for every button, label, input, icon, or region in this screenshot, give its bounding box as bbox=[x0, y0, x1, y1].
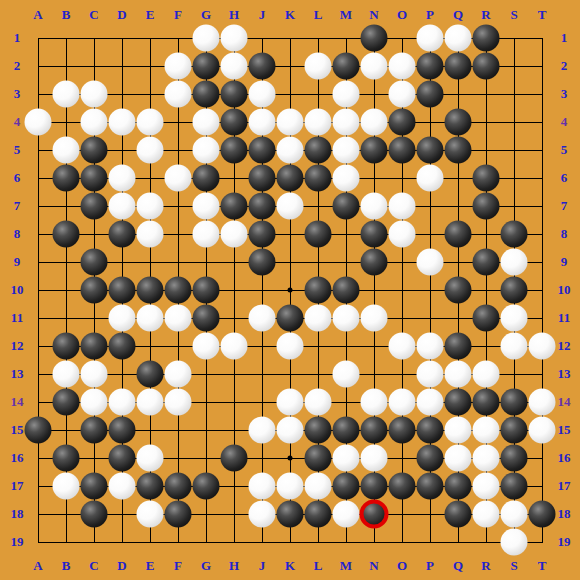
stone-R16[interactable] bbox=[473, 445, 500, 472]
stone-L14[interactable] bbox=[305, 389, 332, 416]
col-label-top-S: S bbox=[510, 7, 517, 23]
row-label-right-3: 3 bbox=[561, 86, 568, 102]
stone-Q18[interactable] bbox=[445, 501, 472, 528]
stone-M16[interactable] bbox=[333, 445, 360, 472]
stone-F10[interactable] bbox=[165, 277, 192, 304]
stone-P17[interactable] bbox=[417, 473, 444, 500]
stone-R11[interactable] bbox=[473, 305, 500, 332]
stone-K7[interactable] bbox=[277, 193, 304, 220]
stone-J8[interactable] bbox=[249, 221, 276, 248]
row-label-left-12: 12 bbox=[11, 338, 24, 354]
stone-J15[interactable] bbox=[249, 417, 276, 444]
stone-Q12[interactable] bbox=[445, 333, 472, 360]
col-label-top-G: G bbox=[201, 7, 211, 23]
stone-D11[interactable] bbox=[109, 305, 136, 332]
row-label-left-15: 15 bbox=[11, 422, 24, 438]
stone-E4[interactable] bbox=[137, 109, 164, 136]
stone-H5[interactable] bbox=[221, 137, 248, 164]
stone-P5[interactable] bbox=[417, 137, 444, 164]
col-label-top-J: J bbox=[259, 7, 266, 23]
col-label-top-P: P bbox=[426, 7, 434, 23]
col-label-top-R: R bbox=[481, 7, 490, 23]
stone-P13[interactable] bbox=[417, 361, 444, 388]
row-label-left-7: 7 bbox=[14, 198, 21, 214]
grid-line-vertical bbox=[542, 38, 543, 543]
stone-D4[interactable] bbox=[109, 109, 136, 136]
col-label-bottom-D: D bbox=[117, 558, 126, 574]
stone-L17[interactable] bbox=[305, 473, 332, 500]
stone-S17[interactable] bbox=[501, 473, 528, 500]
stone-H1[interactable] bbox=[221, 25, 248, 52]
stone-M4[interactable] bbox=[333, 109, 360, 136]
stone-R1[interactable] bbox=[473, 25, 500, 52]
stone-O4[interactable] bbox=[389, 109, 416, 136]
stone-P2[interactable] bbox=[417, 53, 444, 80]
stone-S15[interactable] bbox=[501, 417, 528, 444]
stone-D10[interactable] bbox=[109, 277, 136, 304]
stone-P1[interactable] bbox=[417, 25, 444, 52]
stone-D16[interactable] bbox=[109, 445, 136, 472]
stone-E18[interactable] bbox=[137, 501, 164, 528]
row-label-right-7: 7 bbox=[561, 198, 568, 214]
stone-R15[interactable] bbox=[473, 417, 500, 444]
stone-H7[interactable] bbox=[221, 193, 248, 220]
stone-S14[interactable] bbox=[501, 389, 528, 416]
stone-L11[interactable] bbox=[305, 305, 332, 332]
stone-F6[interactable] bbox=[165, 165, 192, 192]
row-label-left-19: 19 bbox=[11, 534, 24, 550]
stone-O8[interactable] bbox=[389, 221, 416, 248]
stone-M5[interactable] bbox=[333, 137, 360, 164]
stone-S9[interactable] bbox=[501, 249, 528, 276]
stone-J9[interactable] bbox=[249, 249, 276, 276]
go-board[interactable]: AABBCCDDEEFFGGHHJJKKLLMMNNOOPPQQRRSSTT11… bbox=[0, 0, 580, 580]
col-label-top-O: O bbox=[397, 7, 407, 23]
stone-B3[interactable] bbox=[53, 81, 80, 108]
row-label-left-14: 14 bbox=[11, 394, 24, 410]
row-label-right-6: 6 bbox=[561, 170, 568, 186]
stone-O2[interactable] bbox=[389, 53, 416, 80]
stone-B14[interactable] bbox=[53, 389, 80, 416]
stone-N8[interactable] bbox=[361, 221, 388, 248]
stone-R14[interactable] bbox=[473, 389, 500, 416]
stone-N1[interactable] bbox=[361, 25, 388, 52]
row-label-left-3: 3 bbox=[14, 86, 21, 102]
stone-J17[interactable] bbox=[249, 473, 276, 500]
stone-H4[interactable] bbox=[221, 109, 248, 136]
stone-N14[interactable] bbox=[361, 389, 388, 416]
stone-Q2[interactable] bbox=[445, 53, 472, 80]
star-point-K16 bbox=[288, 456, 293, 461]
stone-E11[interactable] bbox=[137, 305, 164, 332]
row-label-left-6: 6 bbox=[14, 170, 21, 186]
grid-line-horizontal bbox=[38, 542, 543, 543]
col-label-bottom-L: L bbox=[314, 558, 323, 574]
row-label-right-19: 19 bbox=[558, 534, 571, 550]
stone-N16[interactable] bbox=[361, 445, 388, 472]
stone-K17[interactable] bbox=[277, 473, 304, 500]
stone-P3[interactable] bbox=[417, 81, 444, 108]
stone-F14[interactable] bbox=[165, 389, 192, 416]
stone-E8[interactable] bbox=[137, 221, 164, 248]
col-label-top-E: E bbox=[146, 7, 155, 23]
stone-O17[interactable] bbox=[389, 473, 416, 500]
stone-M17[interactable] bbox=[333, 473, 360, 500]
col-label-bottom-S: S bbox=[510, 558, 517, 574]
stone-J18[interactable] bbox=[249, 501, 276, 528]
row-label-right-18: 18 bbox=[558, 506, 571, 522]
stone-M11[interactable] bbox=[333, 305, 360, 332]
stone-M7[interactable] bbox=[333, 193, 360, 220]
stone-L4[interactable] bbox=[305, 109, 332, 136]
stone-E5[interactable] bbox=[137, 137, 164, 164]
stone-O15[interactable] bbox=[389, 417, 416, 444]
stone-C4[interactable] bbox=[81, 109, 108, 136]
col-label-bottom-K: K bbox=[285, 558, 295, 574]
stone-O5[interactable] bbox=[389, 137, 416, 164]
row-label-right-9: 9 bbox=[561, 254, 568, 270]
stone-T12[interactable] bbox=[529, 333, 556, 360]
stone-B8[interactable] bbox=[53, 221, 80, 248]
stone-M10[interactable] bbox=[333, 277, 360, 304]
row-label-left-13: 13 bbox=[11, 366, 24, 382]
stone-N4[interactable] bbox=[361, 109, 388, 136]
stone-C15[interactable] bbox=[81, 417, 108, 444]
stone-G17[interactable] bbox=[193, 473, 220, 500]
stone-L6[interactable] bbox=[305, 165, 332, 192]
stone-J7[interactable] bbox=[249, 193, 276, 220]
stone-Q5[interactable] bbox=[445, 137, 472, 164]
stone-K6[interactable] bbox=[277, 165, 304, 192]
row-label-left-2: 2 bbox=[14, 58, 21, 74]
row-label-left-17: 17 bbox=[11, 478, 24, 494]
stone-J6[interactable] bbox=[249, 165, 276, 192]
stone-S19[interactable] bbox=[501, 529, 528, 556]
stone-S18[interactable] bbox=[501, 501, 528, 528]
stone-E7[interactable] bbox=[137, 193, 164, 220]
stone-G2[interactable] bbox=[193, 53, 220, 80]
col-label-top-C: C bbox=[89, 7, 98, 23]
stone-T18[interactable] bbox=[529, 501, 556, 528]
stone-H3[interactable] bbox=[221, 81, 248, 108]
col-label-top-M: M bbox=[340, 7, 352, 23]
stone-D17[interactable] bbox=[109, 473, 136, 500]
stone-C18[interactable] bbox=[81, 501, 108, 528]
stone-R2[interactable] bbox=[473, 53, 500, 80]
stone-F13[interactable] bbox=[165, 361, 192, 388]
row-label-right-13: 13 bbox=[558, 366, 571, 382]
row-label-left-10: 10 bbox=[11, 282, 24, 298]
row-label-right-12: 12 bbox=[558, 338, 571, 354]
stone-G6[interactable] bbox=[193, 165, 220, 192]
stone-S12[interactable] bbox=[501, 333, 528, 360]
stone-C17[interactable] bbox=[81, 473, 108, 500]
col-label-bottom-R: R bbox=[481, 558, 490, 574]
stone-J11[interactable] bbox=[249, 305, 276, 332]
stone-M6[interactable] bbox=[333, 165, 360, 192]
stone-G12[interactable] bbox=[193, 333, 220, 360]
stone-L10[interactable] bbox=[305, 277, 332, 304]
stone-S8[interactable] bbox=[501, 221, 528, 248]
col-label-top-K: K bbox=[285, 7, 295, 23]
row-label-right-11: 11 bbox=[558, 310, 570, 326]
stone-Q15[interactable] bbox=[445, 417, 472, 444]
stone-Q8[interactable] bbox=[445, 221, 472, 248]
row-label-right-1: 1 bbox=[561, 30, 568, 46]
stone-K12[interactable] bbox=[277, 333, 304, 360]
stone-C9[interactable] bbox=[81, 249, 108, 276]
stone-G8[interactable] bbox=[193, 221, 220, 248]
stone-Q14[interactable] bbox=[445, 389, 472, 416]
row-label-right-5: 5 bbox=[561, 142, 568, 158]
row-label-left-16: 16 bbox=[11, 450, 24, 466]
stone-B12[interactable] bbox=[53, 333, 80, 360]
col-label-top-F: F bbox=[174, 7, 182, 23]
stone-C3[interactable] bbox=[81, 81, 108, 108]
stone-G7[interactable] bbox=[193, 193, 220, 220]
stone-K14[interactable] bbox=[277, 389, 304, 416]
stone-H12[interactable] bbox=[221, 333, 248, 360]
stone-Q16[interactable] bbox=[445, 445, 472, 472]
stone-D15[interactable] bbox=[109, 417, 136, 444]
col-label-top-A: A bbox=[33, 7, 42, 23]
row-label-left-1: 1 bbox=[14, 30, 21, 46]
stone-H8[interactable] bbox=[221, 221, 248, 248]
stone-C12[interactable] bbox=[81, 333, 108, 360]
stone-T14[interactable] bbox=[529, 389, 556, 416]
stone-K5[interactable] bbox=[277, 137, 304, 164]
col-label-bottom-F: F bbox=[174, 558, 182, 574]
stone-N11[interactable] bbox=[361, 305, 388, 332]
row-label-right-2: 2 bbox=[561, 58, 568, 74]
stone-H16[interactable] bbox=[221, 445, 248, 472]
stone-R17[interactable] bbox=[473, 473, 500, 500]
stone-D8[interactable] bbox=[109, 221, 136, 248]
stone-P15[interactable] bbox=[417, 417, 444, 444]
stone-D7[interactable] bbox=[109, 193, 136, 220]
stone-O3[interactable] bbox=[389, 81, 416, 108]
stone-J2[interactable] bbox=[249, 53, 276, 80]
stone-Q10[interactable] bbox=[445, 277, 472, 304]
stone-S11[interactable] bbox=[501, 305, 528, 332]
stone-P14[interactable] bbox=[417, 389, 444, 416]
stone-N5[interactable] bbox=[361, 137, 388, 164]
stone-K15[interactable] bbox=[277, 417, 304, 444]
row-label-left-18: 18 bbox=[11, 506, 24, 522]
stone-B17[interactable] bbox=[53, 473, 80, 500]
stone-M2[interactable] bbox=[333, 53, 360, 80]
stone-T15[interactable] bbox=[529, 417, 556, 444]
col-label-bottom-O: O bbox=[397, 558, 407, 574]
col-label-bottom-T: T bbox=[538, 558, 547, 574]
last-move-marker bbox=[360, 500, 389, 529]
col-label-bottom-B: B bbox=[62, 558, 71, 574]
col-label-bottom-Q: Q bbox=[453, 558, 463, 574]
col-label-bottom-M: M bbox=[340, 558, 352, 574]
stone-R9[interactable] bbox=[473, 249, 500, 276]
stone-B5[interactable] bbox=[53, 137, 80, 164]
stone-A4[interactable] bbox=[25, 109, 52, 136]
stone-O14[interactable] bbox=[389, 389, 416, 416]
stone-N2[interactable] bbox=[361, 53, 388, 80]
stone-J4[interactable] bbox=[249, 109, 276, 136]
stone-F2[interactable] bbox=[165, 53, 192, 80]
stone-R13[interactable] bbox=[473, 361, 500, 388]
stone-E10[interactable] bbox=[137, 277, 164, 304]
col-label-bottom-A: A bbox=[33, 558, 42, 574]
stone-G10[interactable] bbox=[193, 277, 220, 304]
stone-G5[interactable] bbox=[193, 137, 220, 164]
stone-L2[interactable] bbox=[305, 53, 332, 80]
stone-G4[interactable] bbox=[193, 109, 220, 136]
row-label-right-10: 10 bbox=[558, 282, 571, 298]
stone-P16[interactable] bbox=[417, 445, 444, 472]
stone-Q1[interactable] bbox=[445, 25, 472, 52]
col-label-top-L: L bbox=[314, 7, 323, 23]
stone-Q13[interactable] bbox=[445, 361, 472, 388]
stone-R18[interactable] bbox=[473, 501, 500, 528]
stone-L15[interactable] bbox=[305, 417, 332, 444]
stone-D12[interactable] bbox=[109, 333, 136, 360]
stone-C5[interactable] bbox=[81, 137, 108, 164]
stone-Q17[interactable] bbox=[445, 473, 472, 500]
col-label-top-Q: Q bbox=[453, 7, 463, 23]
stone-L5[interactable] bbox=[305, 137, 332, 164]
col-label-top-T: T bbox=[538, 7, 547, 23]
row-label-left-9: 9 bbox=[14, 254, 21, 270]
stone-R6[interactable] bbox=[473, 165, 500, 192]
col-label-top-N: N bbox=[369, 7, 378, 23]
stone-H2[interactable] bbox=[221, 53, 248, 80]
row-label-left-4: 4 bbox=[14, 114, 21, 130]
row-label-left-11: 11 bbox=[11, 310, 23, 326]
stone-B13[interactable] bbox=[53, 361, 80, 388]
col-label-bottom-J: J bbox=[259, 558, 266, 574]
stone-N9[interactable] bbox=[361, 249, 388, 276]
col-label-bottom-P: P bbox=[426, 558, 434, 574]
stone-M18[interactable] bbox=[333, 501, 360, 528]
row-label-right-17: 17 bbox=[558, 478, 571, 494]
stone-A15[interactable] bbox=[25, 417, 52, 444]
stone-E17[interactable] bbox=[137, 473, 164, 500]
stone-G3[interactable] bbox=[193, 81, 220, 108]
stone-G11[interactable] bbox=[193, 305, 220, 332]
stone-P6[interactable] bbox=[417, 165, 444, 192]
stone-B6[interactable] bbox=[53, 165, 80, 192]
row-label-right-15: 15 bbox=[558, 422, 571, 438]
stone-M15[interactable] bbox=[333, 417, 360, 444]
row-label-right-8: 8 bbox=[561, 226, 568, 242]
stone-K18[interactable] bbox=[277, 501, 304, 528]
col-label-bottom-E: E bbox=[146, 558, 155, 574]
stone-S16[interactable] bbox=[501, 445, 528, 472]
stone-L8[interactable] bbox=[305, 221, 332, 248]
col-label-top-D: D bbox=[117, 7, 126, 23]
stone-R7[interactable] bbox=[473, 193, 500, 220]
stone-P12[interactable] bbox=[417, 333, 444, 360]
col-label-bottom-N: N bbox=[369, 558, 378, 574]
col-label-top-B: B bbox=[62, 7, 71, 23]
stone-O7[interactable] bbox=[389, 193, 416, 220]
stone-F17[interactable] bbox=[165, 473, 192, 500]
stone-K4[interactable] bbox=[277, 109, 304, 136]
stone-J3[interactable] bbox=[249, 81, 276, 108]
row-label-right-16: 16 bbox=[558, 450, 571, 466]
stone-J5[interactable] bbox=[249, 137, 276, 164]
col-label-bottom-C: C bbox=[89, 558, 98, 574]
col-label-bottom-H: H bbox=[229, 558, 239, 574]
row-label-left-5: 5 bbox=[14, 142, 21, 158]
col-label-bottom-G: G bbox=[201, 558, 211, 574]
stone-S10[interactable] bbox=[501, 277, 528, 304]
stone-F11[interactable] bbox=[165, 305, 192, 332]
stone-B16[interactable] bbox=[53, 445, 80, 472]
row-label-right-4: 4 bbox=[561, 114, 568, 130]
stone-O12[interactable] bbox=[389, 333, 416, 360]
stone-Q4[interactable] bbox=[445, 109, 472, 136]
stone-E16[interactable] bbox=[137, 445, 164, 472]
star-point-K10 bbox=[288, 288, 293, 293]
stone-P9[interactable] bbox=[417, 249, 444, 276]
row-label-left-8: 8 bbox=[14, 226, 21, 242]
stone-E13[interactable] bbox=[137, 361, 164, 388]
stone-C6[interactable] bbox=[81, 165, 108, 192]
stone-L18[interactable] bbox=[305, 501, 332, 528]
stone-E14[interactable] bbox=[137, 389, 164, 416]
stone-G1[interactable] bbox=[193, 25, 220, 52]
stone-F18[interactable] bbox=[165, 501, 192, 528]
stone-C7[interactable] bbox=[81, 193, 108, 220]
stone-C14[interactable] bbox=[81, 389, 108, 416]
stone-C13[interactable] bbox=[81, 361, 108, 388]
stone-N7[interactable] bbox=[361, 193, 388, 220]
stone-K11[interactable] bbox=[277, 305, 304, 332]
stone-N17[interactable] bbox=[361, 473, 388, 500]
stone-N15[interactable] bbox=[361, 417, 388, 444]
stone-M3[interactable] bbox=[333, 81, 360, 108]
stone-D6[interactable] bbox=[109, 165, 136, 192]
stone-L16[interactable] bbox=[305, 445, 332, 472]
col-label-top-H: H bbox=[229, 7, 239, 23]
row-label-right-14: 14 bbox=[558, 394, 571, 410]
stone-F3[interactable] bbox=[165, 81, 192, 108]
stone-C10[interactable] bbox=[81, 277, 108, 304]
stone-D14[interactable] bbox=[109, 389, 136, 416]
stone-M13[interactable] bbox=[333, 361, 360, 388]
